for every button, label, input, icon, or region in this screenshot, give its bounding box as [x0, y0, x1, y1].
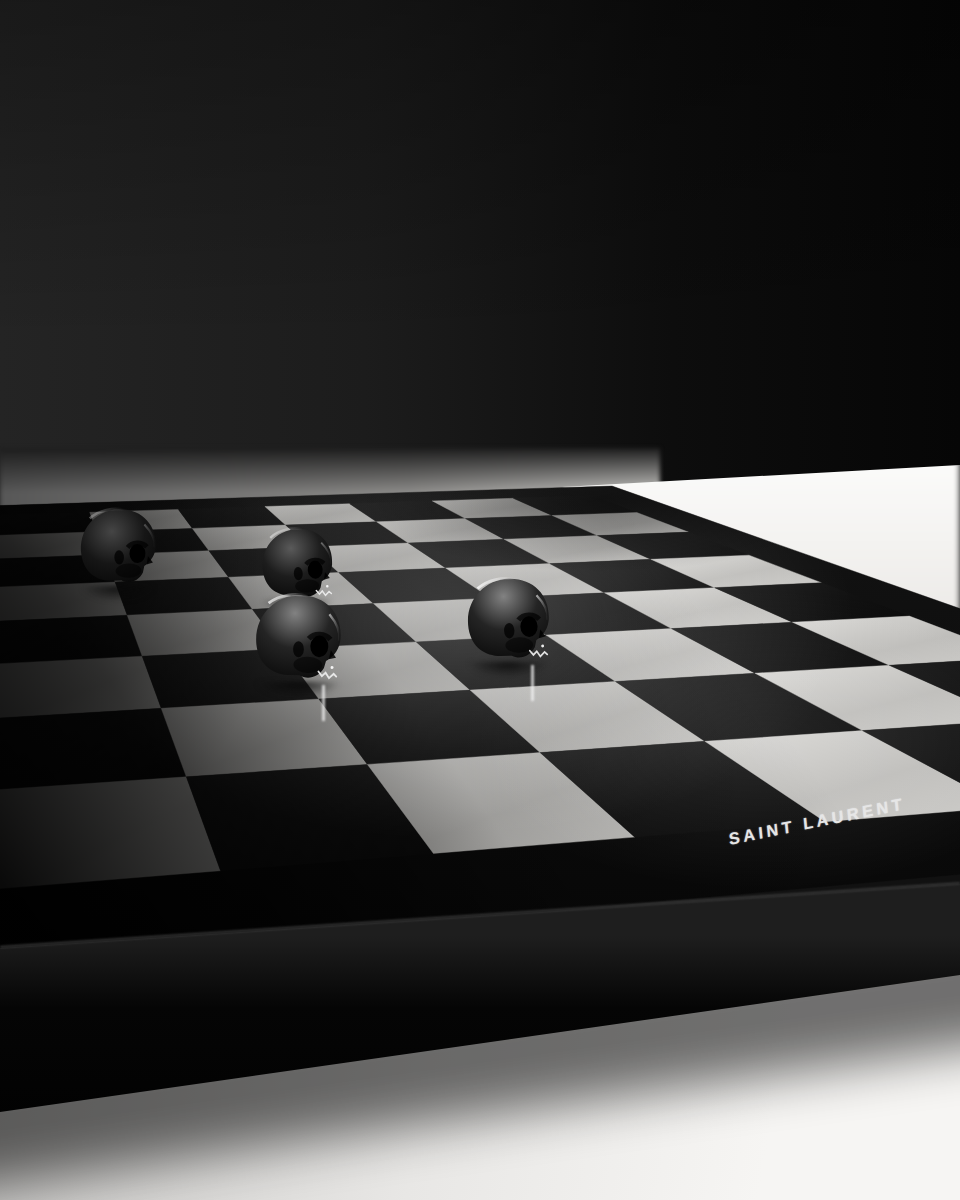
pieces-layer — [0, 0, 960, 1200]
skull-piece-f4 — [454, 570, 561, 669]
skull-piece-d4 — [242, 586, 353, 689]
skull-icon — [242, 586, 353, 689]
skull-reflection — [244, 682, 352, 734]
teeth-glint-highlight — [530, 650, 547, 657]
reflection-glint — [531, 665, 534, 701]
skull-icon — [454, 570, 561, 669]
reflection-glint — [322, 685, 325, 721]
skull-icon — [68, 501, 167, 592]
product-photo: SAINT LAURENT — [0, 0, 960, 1200]
skull-piece-c6 — [68, 501, 167, 592]
skull-reflection — [456, 662, 560, 714]
teeth-glint-highlight — [318, 672, 336, 679]
skull-reflection — [70, 586, 166, 638]
